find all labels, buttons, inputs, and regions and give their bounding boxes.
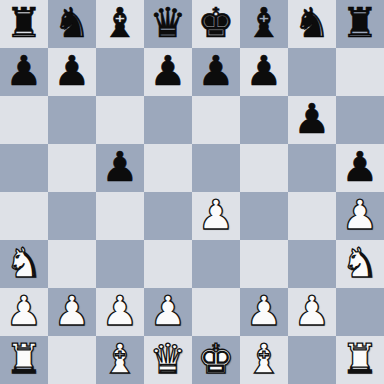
black-knight-g8: ♞ xyxy=(294,0,331,47)
square-d1[interactable]: ♛ xyxy=(144,336,192,384)
square-e4[interactable]: ♟ xyxy=(192,192,240,240)
square-c6[interactable] xyxy=(96,96,144,144)
square-g7[interactable] xyxy=(288,48,336,96)
white-pawn-b2: ♟ xyxy=(54,288,91,335)
white-knight-a3: ♞ xyxy=(6,240,43,287)
square-h3[interactable]: ♞ xyxy=(336,240,384,288)
square-b5[interactable] xyxy=(48,144,96,192)
square-h6[interactable] xyxy=(336,96,384,144)
black-pawn-d7: ♟ xyxy=(150,48,187,95)
square-d6[interactable] xyxy=(144,96,192,144)
square-c3[interactable] xyxy=(96,240,144,288)
square-g5[interactable] xyxy=(288,144,336,192)
square-b2[interactable]: ♟ xyxy=(48,288,96,336)
square-a3[interactable]: ♞ xyxy=(0,240,48,288)
square-e1[interactable]: ♚ xyxy=(192,336,240,384)
square-e7[interactable]: ♟ xyxy=(192,48,240,96)
square-f5[interactable] xyxy=(240,144,288,192)
square-f8[interactable]: ♝ xyxy=(240,0,288,48)
square-g1[interactable] xyxy=(288,336,336,384)
square-f6[interactable] xyxy=(240,96,288,144)
white-pawn-c2: ♟ xyxy=(102,288,139,335)
square-e2[interactable] xyxy=(192,288,240,336)
square-c1[interactable]: ♝ xyxy=(96,336,144,384)
white-pawn-a2: ♟ xyxy=(6,288,43,335)
square-f7[interactable]: ♟ xyxy=(240,48,288,96)
square-b1[interactable] xyxy=(48,336,96,384)
white-queen-d1: ♛ xyxy=(150,336,187,383)
black-rook-h8: ♜ xyxy=(342,0,379,47)
black-pawn-g6: ♟ xyxy=(294,96,331,143)
black-knight-b8: ♞ xyxy=(54,0,91,47)
square-g3[interactable] xyxy=(288,240,336,288)
chess-board: ♜♞♝♛♚♝♞♜♟♟♟♟♟♟♟♟♟♟♞♞♟♟♟♟♟♟♜♝♛♚♝♜ xyxy=(0,0,384,384)
black-pawn-c5: ♟ xyxy=(102,144,139,191)
square-b8[interactable]: ♞ xyxy=(48,0,96,48)
square-d7[interactable]: ♟ xyxy=(144,48,192,96)
black-rook-a8: ♜ xyxy=(6,0,43,47)
white-bishop-c1: ♝ xyxy=(102,336,139,383)
square-e5[interactable] xyxy=(192,144,240,192)
square-d2[interactable]: ♟ xyxy=(144,288,192,336)
square-f1[interactable]: ♝ xyxy=(240,336,288,384)
white-bishop-f1: ♝ xyxy=(246,336,283,383)
square-c7[interactable] xyxy=(96,48,144,96)
square-b7[interactable]: ♟ xyxy=(48,48,96,96)
square-f2[interactable]: ♟ xyxy=(240,288,288,336)
black-pawn-e7: ♟ xyxy=(198,48,235,95)
white-pawn-h4: ♟ xyxy=(342,192,379,239)
square-c5[interactable]: ♟ xyxy=(96,144,144,192)
square-a6[interactable] xyxy=(0,96,48,144)
square-d4[interactable] xyxy=(144,192,192,240)
square-f4[interactable] xyxy=(240,192,288,240)
square-d5[interactable] xyxy=(144,144,192,192)
square-a8[interactable]: ♜ xyxy=(0,0,48,48)
square-b4[interactable] xyxy=(48,192,96,240)
square-c8[interactable]: ♝ xyxy=(96,0,144,48)
square-g8[interactable]: ♞ xyxy=(288,0,336,48)
white-pawn-d2: ♟ xyxy=(150,288,187,335)
square-h8[interactable]: ♜ xyxy=(336,0,384,48)
square-c4[interactable] xyxy=(96,192,144,240)
square-b3[interactable] xyxy=(48,240,96,288)
square-b6[interactable] xyxy=(48,96,96,144)
black-pawn-b7: ♟ xyxy=(54,48,91,95)
square-c2[interactable]: ♟ xyxy=(96,288,144,336)
black-bishop-c8: ♝ xyxy=(102,0,139,47)
square-a5[interactable] xyxy=(0,144,48,192)
white-king-e1: ♚ xyxy=(198,336,235,383)
white-pawn-g2: ♟ xyxy=(294,288,331,335)
square-g2[interactable]: ♟ xyxy=(288,288,336,336)
square-g4[interactable] xyxy=(288,192,336,240)
square-e6[interactable] xyxy=(192,96,240,144)
black-pawn-a7: ♟ xyxy=(6,48,43,95)
square-a7[interactable]: ♟ xyxy=(0,48,48,96)
black-pawn-f7: ♟ xyxy=(246,48,283,95)
white-rook-a1: ♜ xyxy=(6,336,43,383)
white-rook-h1: ♜ xyxy=(342,336,379,383)
square-d8[interactable]: ♛ xyxy=(144,0,192,48)
square-a1[interactable]: ♜ xyxy=(0,336,48,384)
black-bishop-f8: ♝ xyxy=(246,0,283,47)
square-h7[interactable] xyxy=(336,48,384,96)
black-pawn-h5: ♟ xyxy=(342,144,379,191)
square-f3[interactable] xyxy=(240,240,288,288)
black-queen-d8: ♛ xyxy=(150,0,187,47)
square-h1[interactable]: ♜ xyxy=(336,336,384,384)
square-h2[interactable] xyxy=(336,288,384,336)
square-d3[interactable] xyxy=(144,240,192,288)
white-pawn-f2: ♟ xyxy=(246,288,283,335)
square-a4[interactable] xyxy=(0,192,48,240)
square-g6[interactable]: ♟ xyxy=(288,96,336,144)
square-e8[interactable]: ♚ xyxy=(192,0,240,48)
square-e3[interactable] xyxy=(192,240,240,288)
black-king-e8: ♚ xyxy=(198,0,235,47)
white-pawn-e4: ♟ xyxy=(198,192,235,239)
square-a2[interactable]: ♟ xyxy=(0,288,48,336)
white-knight-h3: ♞ xyxy=(342,240,379,287)
square-h4[interactable]: ♟ xyxy=(336,192,384,240)
square-h5[interactable]: ♟ xyxy=(336,144,384,192)
